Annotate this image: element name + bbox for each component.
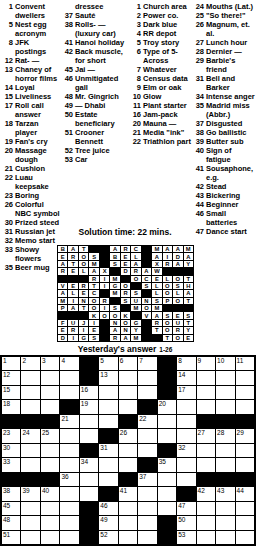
clue-text: Massage dough (15, 146, 60, 164)
grid-cell[interactable]: 15 (2, 386, 20, 399)
grid-cell[interactable] (21, 386, 39, 399)
solution-letter-cell: R (131, 268, 140, 274)
grid-cell[interactable] (138, 531, 156, 544)
grid-cell[interactable] (216, 502, 234, 515)
solution-letter-cell: O (173, 298, 182, 304)
solution-letter-cell: R (163, 261, 172, 267)
clue-item: 15Liveliness (1, 92, 60, 101)
grid-cell[interactable]: 43 (216, 487, 234, 500)
solution-letter-cell: O (89, 298, 98, 304)
grid-cell[interactable]: 2 (21, 357, 39, 370)
solution-letter-cell: D (121, 268, 130, 274)
black-cell (158, 444, 176, 457)
grid-cell[interactable] (158, 429, 176, 442)
clue-text: Nest egg acronym (15, 20, 60, 38)
solution-black-cell (184, 268, 193, 274)
solution-letter-cell: P (58, 305, 67, 311)
clue-item: 40Sign of fatigue (192, 146, 256, 164)
solution-letter-cell: B (110, 253, 119, 259)
solution-letter-cell: O (121, 320, 130, 326)
solution-black-cell (100, 335, 109, 341)
solution-letter-cell: S (163, 312, 172, 318)
solution-time-header: Solution time: 22 mins. (55, 227, 195, 237)
cell-number: 27 (198, 429, 205, 437)
clue-number: 1 (129, 2, 141, 11)
clue-text: Troy story (143, 38, 191, 47)
cell-number: 7 (139, 357, 143, 365)
solution-letter-cell: T (163, 335, 172, 341)
grid-cell[interactable] (236, 458, 254, 471)
cell-number: 52 (100, 531, 107, 539)
clue-text: Mouths (Lat.) (206, 2, 256, 11)
grid-cell[interactable] (21, 531, 39, 544)
clue-number: 9 (129, 83, 141, 92)
grid-cell[interactable]: 32 (177, 444, 195, 457)
solution-black-cell (121, 305, 130, 311)
grid-cell[interactable]: 45 (2, 502, 20, 515)
cell-number: 16 (81, 386, 88, 394)
grid-cell[interactable]: 6 (119, 357, 137, 370)
grid-cell[interactable] (60, 444, 78, 457)
grid-cell[interactable] (158, 502, 176, 515)
grid-cell[interactable] (197, 400, 215, 413)
grid-cell[interactable] (138, 516, 156, 529)
black-cell (197, 415, 215, 428)
grid-cell[interactable] (197, 502, 215, 515)
grid-cell[interactable] (60, 502, 78, 515)
grid-cell[interactable] (60, 429, 78, 442)
grid-cell[interactable] (119, 516, 137, 529)
solution-black-cell (121, 276, 130, 282)
grid-cell[interactable] (41, 444, 59, 457)
grid-cell[interactable]: 23 (2, 429, 20, 442)
clue-item: 38Rolls- — (luxury car) (61, 20, 128, 38)
solution-letter-cell: L (152, 283, 161, 289)
grid-cell[interactable]: 8 (177, 357, 195, 370)
grid-cell[interactable] (21, 458, 39, 471)
clue-item: 42Stead (192, 182, 256, 191)
clue-text: Barbie's friend (206, 56, 256, 74)
grid-cell[interactable]: 24 (21, 429, 39, 442)
grid-cell[interactable] (119, 444, 137, 457)
grid-cell[interactable]: 39 (21, 487, 39, 500)
grid-cell[interactable] (119, 502, 137, 515)
grid-cell[interactable] (21, 516, 39, 529)
grid-cell[interactable] (236, 516, 254, 529)
grid-cell[interactable]: 28 (216, 429, 234, 442)
clue-number: 51 (61, 128, 73, 146)
grid-cell[interactable] (197, 386, 215, 399)
grid-cell[interactable] (177, 400, 195, 413)
solution-letter-cell: M (110, 290, 119, 296)
solution-black-cell (100, 327, 109, 333)
clue-number: 34 (192, 92, 204, 101)
cell-number: 4 (61, 357, 65, 365)
solution-letter-cell: U (131, 298, 140, 304)
solution-black-cell (68, 276, 77, 282)
clue-text: Sauté (75, 11, 128, 20)
grid-cell[interactable]: 20 (158, 400, 176, 413)
clue-item: 51Crooner Bennett (61, 128, 128, 146)
yesterday-answer-grid: BATARCMAAMEROSBELAIDAATOMSEAXRAYRELAXDRA… (57, 245, 194, 342)
solution-letter-cell: A (131, 261, 140, 267)
solution-letter-cell: A (68, 305, 77, 311)
clue-number: 19 (1, 137, 13, 146)
black-cell (21, 473, 39, 486)
solution-letter-cell: O (79, 253, 88, 259)
clue-item: 31Russian jet (1, 227, 60, 236)
clue-number: 41 (192, 164, 204, 182)
grid-cell[interactable] (41, 371, 59, 384)
grid-cell[interactable] (138, 429, 156, 442)
solution-letter-cell: S (173, 283, 182, 289)
solution-letter-cell: R (79, 283, 88, 289)
grid-cell[interactable] (99, 415, 117, 428)
cell-number: 21 (61, 415, 68, 423)
clue-item: 48Mr. Gingrich (61, 92, 128, 101)
solution-letter-cell: T (89, 283, 98, 289)
cell-number: 51 (3, 531, 10, 539)
grid-cell[interactable] (80, 473, 98, 486)
clue-item: 37Sauté (61, 11, 128, 20)
grid-cell[interactable] (216, 371, 234, 384)
clue-item: 26Colorful NBC symbol (1, 200, 60, 218)
clue-text: Stead (206, 182, 256, 191)
grid-cell[interactable] (41, 400, 59, 413)
grid-cell[interactable]: 14 (177, 371, 195, 384)
clue-number: 45 (61, 65, 73, 74)
clue-number: 38 (61, 20, 73, 38)
clue-number: 24 (192, 2, 204, 11)
grid-cell[interactable]: 9 (197, 357, 215, 370)
clue-number: 40 (192, 146, 204, 164)
solution-letter-cell: A (184, 290, 193, 296)
grid-cell[interactable] (197, 371, 215, 384)
grid-cell[interactable]: 19 (80, 400, 98, 413)
grid-cell[interactable]: 7 (138, 357, 156, 370)
grid-cell[interactable]: 11 (236, 357, 254, 370)
grid-cell[interactable] (236, 502, 254, 515)
grid-cell[interactable] (41, 502, 59, 515)
grid-cell[interactable] (80, 415, 98, 428)
clue-text: Car (75, 155, 128, 164)
cell-number: 42 (198, 487, 205, 495)
clue-number: 28 (192, 47, 204, 56)
grid-cell[interactable]: 30 (2, 444, 20, 457)
clue-text: Liveliness (15, 92, 60, 101)
clue-text: Convent dwellers (15, 2, 60, 20)
solution-letter-cell: D (58, 335, 67, 341)
black-cell (21, 415, 39, 428)
grid-cell[interactable] (216, 458, 234, 471)
clue-text: Estate beneficiary (75, 110, 128, 128)
solution-letter-cell: A (173, 261, 182, 267)
clue-text: Bell and Barker (206, 74, 256, 92)
clue-item: 49— Dhabi (61, 101, 128, 110)
solution-letter-cell: A (184, 253, 193, 259)
grid-cell[interactable] (158, 487, 176, 500)
solution-letter-cell: R (68, 327, 77, 333)
grid-cell[interactable]: 51 (2, 531, 20, 544)
black-cell (197, 473, 215, 486)
grid-cell[interactable] (158, 473, 176, 486)
cell-number: 14 (178, 371, 185, 379)
clue-text: Russian jet (15, 227, 60, 236)
grid-cell[interactable] (236, 444, 254, 457)
solution-letter-cell: F (58, 320, 67, 326)
grid-cell[interactable]: 36 (60, 473, 78, 486)
clue-item: 24Mouths (Lat.) (192, 2, 256, 11)
grid-cell[interactable] (41, 516, 59, 529)
solution-letter-cell: O (79, 261, 88, 267)
grid-cell[interactable] (21, 444, 39, 457)
solution-letter-cell: T (79, 305, 88, 311)
cell-number: 12 (3, 371, 10, 379)
grid-cell[interactable] (21, 502, 39, 515)
clue-text: Lunch hour (206, 38, 256, 47)
grid-cell[interactable] (216, 444, 234, 457)
cell-number: 29 (237, 429, 244, 437)
solution-letter-cell: X (100, 268, 109, 274)
solution-black-cell (79, 312, 88, 318)
solution-black-cell (100, 253, 109, 259)
clue-number: 21 (1, 164, 13, 173)
grid-cell[interactable] (119, 458, 137, 471)
solution-letter-cell: S (89, 253, 98, 259)
grid-cell[interactable] (60, 516, 78, 529)
clue-text: Mauna — (143, 119, 191, 128)
grid-cell[interactable] (60, 487, 78, 500)
grid-cell[interactable] (216, 386, 234, 399)
grid-cell[interactable]: 37 (138, 473, 156, 486)
solution-black-cell (131, 312, 140, 318)
grid-cell[interactable]: 29 (236, 429, 254, 442)
solution-black-cell (100, 290, 109, 296)
grid-cell[interactable] (236, 531, 254, 544)
black-cell (236, 473, 254, 486)
grid-cell[interactable] (138, 371, 156, 384)
grid-cell[interactable]: 48 (2, 516, 20, 529)
clue-text: Mr. Gingrich (75, 92, 128, 101)
clue-number: 20 (129, 119, 141, 128)
solution-letter-cell: O (163, 320, 172, 326)
solution-letter-cell: Y (184, 327, 193, 333)
clue-text: Showy flowers (15, 245, 60, 263)
grid-cell[interactable] (177, 473, 195, 486)
grid-cell[interactable] (99, 473, 117, 486)
clue-text: Jai — (75, 65, 128, 74)
solution-letter-cell: R (68, 253, 77, 259)
clue-number: 39 (192, 137, 204, 146)
grid-cell[interactable]: 53 (177, 531, 195, 544)
grid-cell[interactable] (216, 516, 234, 529)
cell-number: 49 (100, 516, 107, 524)
grid-cell[interactable]: 25 (41, 429, 59, 442)
grid-cell[interactable]: 35 (158, 458, 176, 471)
grid-cell[interactable] (99, 458, 117, 471)
grid-cell[interactable]: 34 (80, 458, 98, 471)
solution-letter-cell: O (110, 312, 119, 318)
black-cell (119, 473, 137, 486)
black-cell (138, 400, 156, 413)
solution-letter-cell: B (58, 246, 67, 252)
grid-cell[interactable] (41, 531, 59, 544)
grid-cell[interactable] (60, 458, 78, 471)
grid-cell[interactable] (21, 371, 39, 384)
cell-number: 44 (237, 487, 244, 495)
clue-number: 10 (129, 92, 141, 101)
grid-cell[interactable]: 21 (60, 415, 78, 428)
clue-number: 43 (192, 191, 204, 200)
clue-number: 25 (192, 11, 204, 20)
solution-letter-cell: R (121, 290, 130, 296)
grid-cell[interactable] (236, 371, 254, 384)
solution-letter-cell: I (100, 305, 109, 311)
clue-number: 22 (1, 173, 13, 191)
grid-cell[interactable] (138, 502, 156, 515)
puzzle-date: 1-26 (159, 346, 172, 353)
grid-cell[interactable]: 33 (2, 458, 20, 471)
grid-cell[interactable]: 17 (177, 386, 195, 399)
grid-cell[interactable] (80, 487, 98, 500)
grid-cell[interactable]: 41 (119, 487, 137, 500)
grid-cell[interactable]: 40 (41, 487, 59, 500)
grid-cell[interactable] (216, 531, 234, 544)
grid-cell[interactable] (177, 429, 195, 442)
grid-cell[interactable]: 26 (119, 429, 137, 442)
clue-text: Glow (143, 92, 191, 101)
grid-cell[interactable] (41, 458, 59, 471)
clue-text: Media "ink" (143, 128, 191, 137)
solution-letter-cell: I (68, 335, 77, 341)
solution-letter-cell: A (142, 268, 151, 274)
clue-item: 13Chaney of horror films (1, 65, 60, 83)
black-cell (236, 415, 254, 428)
cell-number: 23 (3, 429, 10, 437)
clue-number: 50 (61, 110, 73, 128)
solution-black-cell (58, 276, 67, 282)
grid-cell[interactable] (99, 386, 117, 399)
grid-cell[interactable]: 52 (99, 531, 117, 544)
clue-item: 14Loyal (1, 83, 60, 92)
clue-item: 35Beer mug (1, 263, 60, 272)
grid-cell[interactable]: 42 (197, 487, 215, 500)
grid-cell[interactable] (119, 531, 137, 544)
grid-cell[interactable]: 1 (2, 357, 20, 370)
solution-letter-cell: L (173, 290, 182, 296)
clue-item: 43Bickering (192, 191, 256, 200)
grid-cell[interactable]: 46 (99, 502, 117, 515)
grid-cell[interactable]: 3 (41, 357, 59, 370)
grid-cell[interactable]: 22 (138, 415, 156, 428)
grid-cell[interactable] (138, 444, 156, 457)
grid-cell[interactable]: 27 (197, 429, 215, 442)
grid-cell[interactable] (60, 531, 78, 544)
solution-letter-cell: T (184, 298, 193, 304)
grid-cell[interactable]: 4 (60, 357, 78, 370)
clue-item: 5Troy story (129, 38, 191, 47)
clue-text: Rolls- — (luxury car) (75, 20, 128, 38)
cell-number: 40 (42, 487, 49, 495)
grid-cell[interactable]: 16 (80, 386, 98, 399)
grid-cell[interactable] (60, 386, 78, 399)
solution-letter-cell: K (89, 312, 98, 318)
solution-black-cell (131, 283, 140, 289)
grid-cell[interactable] (216, 400, 234, 413)
grid-cell[interactable] (41, 386, 59, 399)
solution-letter-cell: E (173, 312, 182, 318)
grid-cell[interactable] (138, 386, 156, 399)
cell-number: 11 (237, 357, 244, 365)
clue-item: 19Fan's cry (1, 137, 60, 146)
grid-cell[interactable]: 38 (2, 487, 20, 500)
clue-item: 33Showy flowers (1, 245, 60, 263)
solution-black-cell (110, 298, 119, 304)
grid-cell[interactable] (138, 487, 156, 500)
clue-number: 46 (61, 74, 73, 92)
grid-cell[interactable] (21, 400, 39, 413)
grid-cell[interactable] (80, 429, 98, 442)
solution-letter-cell: M (152, 246, 161, 252)
grid-cell[interactable]: 31 (99, 444, 117, 457)
grid-cell[interactable] (119, 371, 137, 384)
clue-text: Type of 5-Across (143, 47, 191, 65)
grid-cell[interactable]: 49 (99, 516, 117, 529)
grid-cell[interactable]: 50 (177, 516, 195, 529)
grid-cell[interactable] (119, 386, 137, 399)
grid-cell[interactable] (177, 458, 195, 471)
grid-cell[interactable]: 13 (99, 371, 117, 384)
grid-cell[interactable]: 44 (236, 487, 254, 500)
grid-cell[interactable]: 5 (99, 357, 117, 370)
black-cell (60, 400, 78, 413)
grid-cell[interactable] (177, 415, 195, 428)
cell-number: 45 (3, 502, 10, 510)
grid-cell[interactable] (158, 415, 176, 428)
cell-number: 18 (3, 400, 10, 408)
grid-cell[interactable] (197, 444, 215, 457)
grid-cell[interactable] (119, 400, 137, 413)
cell-number: 53 (178, 531, 185, 539)
grid-cell[interactable] (236, 400, 254, 413)
grid-cell[interactable]: 47 (177, 502, 195, 515)
clue-item: 32Memo start (1, 236, 60, 245)
clue-text: Loyal (15, 83, 60, 92)
clue-item: 26Magnum, et. al. (192, 20, 256, 38)
grid-cell[interactable]: 18 (2, 400, 20, 413)
clue-item: 18Tarzan player (1, 119, 60, 137)
clue-number: 1 (1, 2, 13, 20)
grid-cell[interactable] (236, 386, 254, 399)
grid-cell[interactable] (197, 531, 215, 544)
solution-letter-cell: T (68, 261, 77, 267)
grid-cell[interactable] (99, 400, 117, 413)
solution-letter-cell: L (79, 268, 88, 274)
solution-letter-cell: T (152, 327, 161, 333)
grid-cell[interactable] (197, 516, 215, 529)
cell-number: 6 (120, 357, 124, 365)
clue-item: 50Estate beneficiary (61, 110, 128, 128)
clue-number: 12 (1, 56, 13, 65)
grid-cell[interactable] (60, 371, 78, 384)
solution-letter-cell: O (142, 305, 151, 311)
black-cell (41, 473, 59, 486)
grid-cell[interactable]: 10 (216, 357, 234, 370)
clue-number: 2 (129, 11, 141, 20)
grid-cell[interactable] (197, 458, 215, 471)
grid-cell[interactable]: 12 (2, 371, 20, 384)
black-cell (158, 386, 176, 399)
